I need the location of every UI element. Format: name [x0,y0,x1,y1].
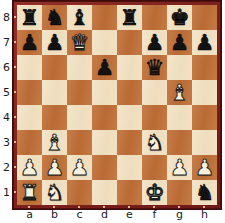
square-c5[interactable] [67,80,92,105]
frame-file-tick [153,206,155,208]
black-pawn: ♟ [170,30,190,55]
square-a3[interactable] [17,130,42,155]
frame-file-tick [128,206,130,208]
square-a8[interactable]: ♜ [17,5,42,30]
square-d4[interactable] [92,105,117,130]
square-g1[interactable] [167,180,192,205]
square-d7[interactable] [92,30,117,55]
square-c6[interactable] [67,55,92,80]
file-label-f: f [142,208,167,222]
square-b6[interactable] [42,55,67,80]
file-label-g: g [167,208,192,222]
black-pawn: ♟ [20,30,40,55]
square-g7[interactable]: ♟ [167,30,192,55]
black-knight: ♞ [45,5,65,30]
file-label-b: b [42,208,67,222]
frame-rank-tick [14,91,16,93]
square-h8[interactable] [192,5,217,30]
file-label-c: c [67,208,92,222]
square-h1[interactable]: ♞ [192,180,217,205]
white-pawn: ♟ [170,155,190,180]
white-knight: ♞ [145,130,165,155]
white-pawn: ♟ [20,155,40,180]
white-queen: ♛ [70,30,90,55]
frame-file-tick [78,206,80,208]
square-d3[interactable] [92,130,117,155]
white-bishop: ♝ [170,80,190,105]
frame-file-tick [28,206,30,208]
white-pawn: ♟ [70,155,90,180]
square-b5[interactable] [42,80,67,105]
square-b3[interactable]: ♝ [42,130,67,155]
black-queen: ♛ [145,55,165,80]
square-h3[interactable] [192,130,217,155]
square-h5[interactable] [192,80,217,105]
square-h2[interactable]: ♟ [192,155,217,180]
square-c3[interactable] [67,130,92,155]
square-c1[interactable] [67,180,92,205]
square-e4[interactable] [117,105,142,130]
square-f8[interactable] [142,5,167,30]
frame-rank-tick [14,66,16,68]
square-e5[interactable] [117,80,142,105]
frame-rank-tick [14,16,16,18]
square-f4[interactable] [142,105,167,130]
black-pawn: ♟ [145,30,165,55]
file-label-d: d [92,208,117,222]
square-a4[interactable] [17,105,42,130]
square-a2[interactable]: ♟ [17,155,42,180]
square-g4[interactable] [167,105,192,130]
frame-file-tick [103,206,105,208]
white-bishop: ♝ [45,130,65,155]
square-b1[interactable]: ♞ [42,180,67,205]
file-label-a: a [17,208,42,222]
file-label-e: e [117,208,142,222]
square-a6[interactable] [17,55,42,80]
black-rook: ♜ [120,5,140,30]
square-d6[interactable]: ♟ [92,55,117,80]
square-b8[interactable]: ♞ [42,5,67,30]
square-f2[interactable] [142,155,167,180]
rank-labels: 87654321 [0,5,12,205]
white-rook: ♜ [20,180,40,205]
frame-file-tick [53,206,55,208]
frame-rank-tick [14,166,16,168]
chess-diagram: 87654321 ♜♞♝♜♚♟♟♛♟♟♟♟♛♝♝♞♟♟♟♟♟♜♞♚♞ abcde… [0,0,225,223]
black-rook: ♜ [20,5,40,30]
rank-label-5: 5 [0,80,12,105]
square-f7[interactable]: ♟ [142,30,167,55]
square-a7[interactable]: ♟ [17,30,42,55]
white-pawn: ♟ [45,155,65,180]
square-b4[interactable] [42,105,67,130]
square-d5[interactable] [92,80,117,105]
square-e7[interactable] [117,30,142,55]
black-pawn: ♟ [195,30,215,55]
frame-rank-tick [14,191,16,193]
black-knight: ♞ [195,180,215,205]
white-king: ♚ [145,180,165,205]
white-knight: ♞ [45,180,65,205]
black-king: ♚ [170,5,190,30]
square-f3[interactable]: ♞ [142,130,167,155]
square-b7[interactable]: ♟ [42,30,67,55]
square-g2[interactable]: ♟ [167,155,192,180]
rank-label-3: 3 [0,130,12,155]
rank-label-2: 2 [0,155,12,180]
square-c4[interactable] [67,105,92,130]
square-e6[interactable] [117,55,142,80]
square-e3[interactable] [117,130,142,155]
square-g8[interactable]: ♚ [167,5,192,30]
rank-label-8: 8 [0,5,12,30]
rank-label-7: 7 [0,30,12,55]
square-g5[interactable]: ♝ [167,80,192,105]
square-d8[interactable] [92,5,117,30]
square-e8[interactable]: ♜ [117,5,142,30]
frame-rank-tick [14,116,16,118]
square-f1[interactable]: ♚ [142,180,167,205]
square-d1[interactable] [92,180,117,205]
square-c2[interactable]: ♟ [67,155,92,180]
square-d2[interactable] [92,155,117,180]
square-g3[interactable] [167,130,192,155]
square-c7[interactable]: ♛ [67,30,92,55]
square-e1[interactable] [117,180,142,205]
square-h6[interactable] [192,55,217,80]
square-c8[interactable]: ♝ [67,5,92,30]
square-b2[interactable]: ♟ [42,155,67,180]
frame-rank-tick [14,41,16,43]
square-f5[interactable] [142,80,167,105]
frame-file-tick [178,206,180,208]
black-pawn: ♟ [95,55,115,80]
black-bishop: ♝ [70,5,90,30]
square-a5[interactable] [17,80,42,105]
square-h7[interactable]: ♟ [192,30,217,55]
white-pawn: ♟ [195,155,215,180]
square-g6[interactable] [167,55,192,80]
frame-file-tick [203,206,205,208]
square-f6[interactable]: ♛ [142,55,167,80]
square-e2[interactable] [117,155,142,180]
board-frame: ♜♞♝♜♚♟♟♛♟♟♟♟♛♝♝♞♟♟♟♟♟♜♞♚♞ [13,1,221,209]
square-a1[interactable]: ♜ [17,180,42,205]
square-h4[interactable] [192,105,217,130]
rank-label-1: 1 [0,180,12,205]
chess-board: ♜♞♝♜♚♟♟♛♟♟♟♟♛♝♝♞♟♟♟♟♟♜♞♚♞ [17,5,217,205]
file-labels: abcdefgh [17,208,217,222]
black-pawn: ♟ [45,30,65,55]
file-label-h: h [192,208,217,222]
frame-rank-tick [14,141,16,143]
rank-label-6: 6 [0,55,12,80]
rank-label-4: 4 [0,105,12,130]
